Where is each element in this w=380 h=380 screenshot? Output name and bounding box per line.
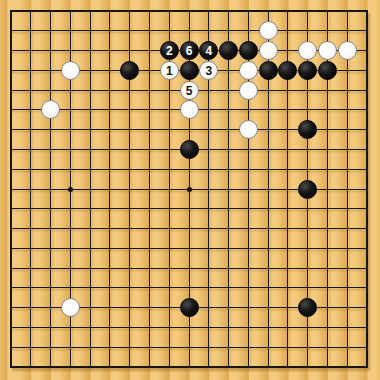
move-number-label: 2 — [166, 44, 173, 58]
white-stone[interactable] — [259, 21, 278, 40]
grid-line-horizontal — [11, 248, 367, 249]
grid-line-vertical — [347, 11, 348, 367]
white-stone[interactable]: 1 — [160, 61, 179, 80]
grid-line-horizontal — [11, 347, 367, 348]
white-stone[interactable] — [239, 81, 258, 100]
grid-line-horizontal — [11, 208, 367, 209]
go-board[interactable]: 264135 — [0, 0, 380, 380]
white-stone[interactable] — [180, 100, 199, 119]
white-stone[interactable] — [259, 41, 278, 60]
star-point — [68, 187, 73, 192]
white-stone[interactable] — [239, 61, 258, 80]
black-stone[interactable] — [318, 61, 337, 80]
black-stone[interactable] — [180, 140, 199, 159]
move-number-label: 3 — [205, 64, 212, 78]
white-stone[interactable] — [318, 41, 337, 60]
black-stone[interactable] — [298, 61, 317, 80]
white-stone[interactable] — [61, 61, 80, 80]
grid-line-horizontal — [11, 268, 367, 269]
star-point — [187, 187, 192, 192]
black-stone[interactable] — [120, 61, 139, 80]
grid-line-horizontal — [11, 287, 367, 288]
black-stone[interactable] — [239, 41, 258, 60]
black-stone[interactable] — [259, 61, 278, 80]
move-number-label: 6 — [186, 44, 193, 58]
white-stone[interactable] — [239, 120, 258, 139]
black-stone[interactable] — [298, 180, 317, 199]
move-number-label: 5 — [186, 84, 193, 98]
white-stone[interactable] — [338, 41, 357, 60]
move-number-label: 4 — [205, 44, 212, 58]
move-number-label: 1 — [166, 64, 173, 78]
white-stone[interactable]: 3 — [199, 61, 218, 80]
white-stone[interactable] — [61, 298, 80, 317]
black-stone[interactable]: 2 — [160, 41, 179, 60]
grid-line-horizontal — [11, 327, 367, 328]
black-stone[interactable] — [180, 61, 199, 80]
grid-line-horizontal — [11, 228, 367, 229]
white-stone[interactable]: 5 — [180, 81, 199, 100]
black-stone[interactable] — [180, 298, 199, 317]
grid-line-vertical — [228, 11, 229, 367]
black-stone[interactable]: 6 — [180, 41, 199, 60]
black-stone[interactable] — [219, 41, 238, 60]
